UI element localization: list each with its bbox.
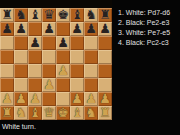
square-e2[interactable] xyxy=(56,92,70,106)
square-f2[interactable]: ♟ xyxy=(70,92,84,106)
white-pawn: ♟ xyxy=(56,64,70,78)
white-queen: ♛ xyxy=(42,106,56,120)
white-rook: ♜ xyxy=(0,106,14,120)
black-knight: ♞ xyxy=(84,8,98,22)
white-bishop: ♝ xyxy=(28,106,42,120)
square-d1[interactable]: ♛ xyxy=(42,106,56,120)
black-king: ♚ xyxy=(56,8,70,22)
square-d7[interactable]: ♟ xyxy=(42,22,56,36)
square-c3[interactable] xyxy=(28,78,42,92)
black-pawn: ♟ xyxy=(84,22,98,36)
square-f6[interactable] xyxy=(70,36,84,50)
square-g1[interactable]: ♞ xyxy=(84,106,98,120)
move-list-line-2: 2. Black: Pe2-e3 xyxy=(118,18,180,28)
white-knight: ♞ xyxy=(84,106,98,120)
move-list-panel: 1. White: Pd7-d6 2. Black: Pe2-e3 3. Whi… xyxy=(112,0,180,135)
white-rook: ♜ xyxy=(98,106,112,120)
black-pawn: ♟ xyxy=(14,22,28,36)
square-b6[interactable] xyxy=(14,36,28,50)
square-a2[interactable]: ♟ xyxy=(0,92,14,106)
square-f8[interactable]: ♝ xyxy=(70,8,84,22)
black-pawn: ♟ xyxy=(70,22,84,36)
square-b3[interactable] xyxy=(14,78,28,92)
white-knight: ♞ xyxy=(14,106,28,120)
square-h5[interactable] xyxy=(98,50,112,64)
square-a4[interactable] xyxy=(0,64,14,78)
square-f7[interactable]: ♟ xyxy=(70,22,84,36)
square-g6[interactable] xyxy=(84,36,98,50)
square-a7[interactable]: ♟ xyxy=(0,22,14,36)
square-e5[interactable] xyxy=(56,50,70,64)
square-h4[interactable] xyxy=(98,64,112,78)
square-d8[interactable]: ♛ xyxy=(42,8,56,22)
move-list-line-1: 1. White: Pd7-d6 xyxy=(118,8,180,18)
square-b8[interactable]: ♞ xyxy=(14,8,28,22)
black-pawn: ♟ xyxy=(56,36,70,50)
square-e8[interactable]: ♚ xyxy=(56,8,70,22)
square-b2[interactable]: ♟ xyxy=(14,92,28,106)
square-b1[interactable]: ♞ xyxy=(14,106,28,120)
square-a1[interactable]: ♜ xyxy=(0,106,14,120)
black-rook: ♜ xyxy=(98,8,112,22)
square-c5[interactable] xyxy=(28,50,42,64)
square-g5[interactable] xyxy=(84,50,98,64)
black-pawn: ♟ xyxy=(0,22,14,36)
square-a5[interactable] xyxy=(0,50,14,64)
square-d5[interactable] xyxy=(42,50,56,64)
square-g3[interactable] xyxy=(84,78,98,92)
square-f3[interactable] xyxy=(70,78,84,92)
white-pawn: ♟ xyxy=(84,92,98,106)
move-list-line-3: 3. White: Pe7-e5 xyxy=(118,28,180,38)
square-g4[interactable] xyxy=(84,64,98,78)
square-f5[interactable] xyxy=(70,50,84,64)
black-rook: ♜ xyxy=(0,8,14,22)
chess-board: ♜♞♝♛♚♝♞♜♟♟♟♟♟♟♟♟♟♟♟♟♟♟♟♟♜♞♝♛♚♝♞♜ xyxy=(0,8,112,120)
square-e3[interactable] xyxy=(56,78,70,92)
square-h8[interactable]: ♜ xyxy=(98,8,112,22)
black-knight: ♞ xyxy=(14,8,28,22)
square-c7[interactable] xyxy=(28,22,42,36)
white-pawn: ♟ xyxy=(70,92,84,106)
white-pawn: ♟ xyxy=(28,92,42,106)
black-pawn: ♟ xyxy=(28,36,42,50)
square-g7[interactable]: ♟ xyxy=(84,22,98,36)
black-bishop: ♝ xyxy=(70,8,84,22)
square-b7[interactable]: ♟ xyxy=(14,22,28,36)
square-h6[interactable] xyxy=(98,36,112,50)
square-b5[interactable] xyxy=(14,50,28,64)
square-e4[interactable]: ♟ xyxy=(56,64,70,78)
square-e1[interactable]: ♚ xyxy=(56,106,70,120)
white-pawn: ♟ xyxy=(0,92,14,106)
square-h2[interactable]: ♟ xyxy=(98,92,112,106)
square-d4[interactable] xyxy=(42,64,56,78)
status-bar: White turn. xyxy=(0,120,112,135)
white-bishop: ♝ xyxy=(70,106,84,120)
white-king: ♚ xyxy=(56,106,70,120)
square-b4[interactable] xyxy=(14,64,28,78)
square-h1[interactable]: ♜ xyxy=(98,106,112,120)
square-h7[interactable]: ♟ xyxy=(98,22,112,36)
square-d2[interactable] xyxy=(42,92,56,106)
square-e7[interactable] xyxy=(56,22,70,36)
square-c1[interactable]: ♝ xyxy=(28,106,42,120)
black-pawn: ♟ xyxy=(42,22,56,36)
square-d3[interactable]: ♟ xyxy=(42,78,56,92)
white-pawn: ♟ xyxy=(98,92,112,106)
white-pawn: ♟ xyxy=(14,92,28,106)
square-e6[interactable]: ♟ xyxy=(56,36,70,50)
square-c4[interactable] xyxy=(28,64,42,78)
square-c6[interactable]: ♟ xyxy=(28,36,42,50)
square-a6[interactable] xyxy=(0,36,14,50)
square-f1[interactable]: ♝ xyxy=(70,106,84,120)
black-pawn: ♟ xyxy=(98,22,112,36)
square-a8[interactable]: ♜ xyxy=(0,8,14,22)
chess-app-window: ♜♞♝♛♚♝♞♜♟♟♟♟♟♟♟♟♟♟♟♟♟♟♟♟♜♞♝♛♚♝♞♜ 1. Whit… xyxy=(0,0,180,135)
black-bishop: ♝ xyxy=(28,8,42,22)
status-text: White turn. xyxy=(0,120,112,133)
white-pawn: ♟ xyxy=(42,78,56,92)
square-h3[interactable] xyxy=(98,78,112,92)
square-g2[interactable]: ♟ xyxy=(84,92,98,106)
square-c8[interactable]: ♝ xyxy=(28,8,42,22)
square-d6[interactable] xyxy=(42,36,56,50)
square-f4[interactable] xyxy=(70,64,84,78)
black-queen: ♛ xyxy=(42,8,56,22)
square-g8[interactable]: ♞ xyxy=(84,8,98,22)
move-list-line-4: 4. Black: Pc2-c3 xyxy=(118,38,180,48)
square-c2[interactable]: ♟ xyxy=(28,92,42,106)
square-a3[interactable] xyxy=(0,78,14,92)
